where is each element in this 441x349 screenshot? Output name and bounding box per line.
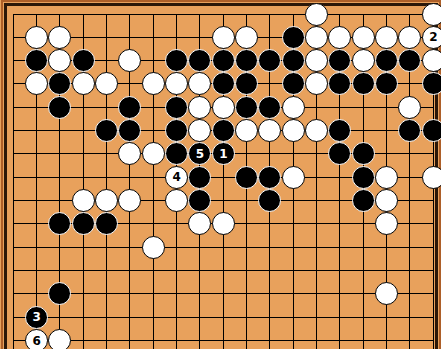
white-stone: [118, 49, 141, 72]
black-stone: [25, 49, 48, 72]
black-stone: [165, 96, 188, 119]
black-stone: [352, 166, 375, 189]
black-stone: [165, 142, 188, 165]
black-stone: [118, 119, 141, 142]
grid-line-horizontal: [13, 317, 434, 318]
black-stone: [48, 72, 71, 95]
black-stone: [188, 49, 211, 72]
black-stone: [328, 72, 351, 95]
white-stone: [188, 119, 211, 142]
white-stone: [305, 3, 328, 26]
black-stone: [282, 26, 305, 49]
black-stone: [328, 142, 351, 165]
move-3-stone: 3: [25, 306, 48, 329]
move-1-stone: 1: [212, 142, 235, 165]
white-stone: [398, 26, 421, 49]
white-stone: [305, 119, 328, 142]
white-stone: [375, 212, 398, 235]
white-stone: [305, 49, 328, 72]
black-stone: [235, 72, 258, 95]
white-stone: [48, 49, 71, 72]
white-stone: [188, 72, 211, 95]
black-stone: [422, 119, 441, 142]
black-stone: [48, 212, 71, 235]
white-stone: [212, 212, 235, 235]
white-stone: [188, 212, 211, 235]
white-stone: [375, 189, 398, 212]
grid-line-vertical: [106, 14, 107, 349]
black-stone: [352, 72, 375, 95]
white-stone: [25, 26, 48, 49]
grid-line-vertical: [153, 14, 154, 349]
black-stone: [235, 96, 258, 119]
white-stone: [352, 26, 375, 49]
black-stone: [375, 49, 398, 72]
black-stone: [188, 166, 211, 189]
white-stone: [258, 119, 281, 142]
black-stone: [328, 119, 351, 142]
white-stone: [48, 329, 71, 349]
black-stone: [282, 49, 305, 72]
black-stone: [422, 72, 441, 95]
white-stone: [375, 166, 398, 189]
white-stone: [142, 72, 165, 95]
white-stone: [282, 119, 305, 142]
black-stone: [212, 49, 235, 72]
move-5-stone: 5: [188, 142, 211, 165]
black-stone: [48, 282, 71, 305]
white-stone: [142, 236, 165, 259]
white-stone: [375, 282, 398, 305]
white-stone: [142, 142, 165, 165]
white-stone: [328, 26, 351, 49]
black-stone: [398, 119, 421, 142]
white-stone: [212, 26, 235, 49]
white-stone: [165, 189, 188, 212]
white-stone: [398, 96, 421, 119]
white-stone: [212, 96, 235, 119]
move-2-stone: 2: [422, 26, 441, 49]
white-stone: [282, 96, 305, 119]
white-stone: [118, 189, 141, 212]
black-stone: [165, 119, 188, 142]
white-stone: [305, 26, 328, 49]
black-stone: [72, 49, 95, 72]
white-stone: [48, 26, 71, 49]
grid-line-horizontal: [13, 293, 434, 294]
white-stone: [422, 166, 441, 189]
white-stone: [72, 72, 95, 95]
black-stone: [258, 189, 281, 212]
black-stone: [235, 49, 258, 72]
white-stone: [25, 72, 48, 95]
black-stone: [212, 72, 235, 95]
black-stone: [48, 96, 71, 119]
black-stone: [235, 166, 258, 189]
white-stone: [305, 72, 328, 95]
grid-line-horizontal: [13, 270, 434, 271]
move-4-stone: 4: [165, 166, 188, 189]
white-stone: [282, 166, 305, 189]
white-stone: [95, 72, 118, 95]
white-stone: [235, 26, 258, 49]
go-board[interactable]: 251436: [0, 0, 441, 349]
black-stone: [398, 49, 421, 72]
grid-line-horizontal: [13, 14, 434, 15]
black-stone: [212, 119, 235, 142]
move-6-stone: 6: [25, 329, 48, 349]
grid-line-vertical: [13, 14, 14, 349]
white-stone: [118, 142, 141, 165]
go-diagram-page: { "game": "go", "diagram": { "descriptio…: [0, 0, 441, 349]
white-stone: [422, 3, 441, 26]
black-stone: [352, 142, 375, 165]
white-stone: [165, 72, 188, 95]
white-stone: [422, 49, 441, 72]
black-stone: [375, 72, 398, 95]
white-stone: [95, 189, 118, 212]
black-stone: [72, 212, 95, 235]
white-stone: [72, 189, 95, 212]
black-stone: [352, 189, 375, 212]
white-stone: [235, 119, 258, 142]
black-stone: [328, 49, 351, 72]
black-stone: [165, 49, 188, 72]
white-stone: [188, 96, 211, 119]
black-stone: [282, 72, 305, 95]
black-stone: [258, 49, 281, 72]
black-stone: [118, 96, 141, 119]
grid-line-horizontal: [13, 247, 434, 248]
black-stone: [95, 119, 118, 142]
white-stone: [375, 26, 398, 49]
black-stone: [258, 166, 281, 189]
black-stone: [95, 212, 118, 235]
grid-line-horizontal: [13, 340, 434, 341]
white-stone: [352, 49, 375, 72]
black-stone: [188, 189, 211, 212]
black-stone: [258, 96, 281, 119]
